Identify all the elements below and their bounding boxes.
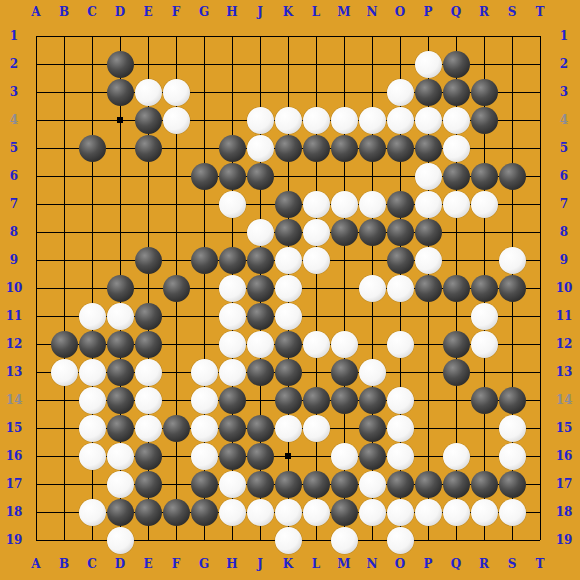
intersection-N18[interactable] bbox=[358, 498, 386, 526]
intersection-E12[interactable] bbox=[134, 330, 162, 358]
intersection-N8[interactable] bbox=[358, 218, 386, 246]
intersection-L2[interactable] bbox=[302, 50, 330, 78]
intersection-M11[interactable] bbox=[330, 302, 358, 330]
intersection-D10[interactable] bbox=[106, 274, 134, 302]
intersection-S14[interactable] bbox=[498, 386, 526, 414]
intersection-L11[interactable] bbox=[302, 302, 330, 330]
intersection-N1[interactable] bbox=[358, 22, 386, 50]
intersection-Q16[interactable] bbox=[442, 442, 470, 470]
intersection-N7[interactable] bbox=[358, 190, 386, 218]
intersection-C3[interactable] bbox=[78, 78, 106, 106]
intersection-J8[interactable] bbox=[246, 218, 274, 246]
intersection-K3[interactable] bbox=[274, 78, 302, 106]
intersection-E15[interactable] bbox=[134, 414, 162, 442]
intersection-S8[interactable] bbox=[498, 218, 526, 246]
intersection-E13[interactable] bbox=[134, 358, 162, 386]
intersection-H6[interactable] bbox=[218, 162, 246, 190]
intersection-E16[interactable] bbox=[134, 442, 162, 470]
intersection-F3[interactable] bbox=[162, 78, 190, 106]
intersection-L10[interactable] bbox=[302, 274, 330, 302]
intersection-S17[interactable] bbox=[498, 470, 526, 498]
intersection-Q13[interactable] bbox=[442, 358, 470, 386]
intersection-D11[interactable] bbox=[106, 302, 134, 330]
intersection-K19[interactable] bbox=[274, 526, 302, 554]
intersection-O11[interactable] bbox=[386, 302, 414, 330]
intersection-Q18[interactable] bbox=[442, 498, 470, 526]
intersection-B11[interactable] bbox=[50, 302, 78, 330]
intersection-C17[interactable] bbox=[78, 470, 106, 498]
intersection-D12[interactable] bbox=[106, 330, 134, 358]
intersection-P10[interactable] bbox=[414, 274, 442, 302]
intersection-F17[interactable] bbox=[162, 470, 190, 498]
intersection-K12[interactable] bbox=[274, 330, 302, 358]
intersection-S11[interactable] bbox=[498, 302, 526, 330]
intersection-Q19[interactable] bbox=[442, 526, 470, 554]
intersection-H1[interactable] bbox=[218, 22, 246, 50]
intersection-D19[interactable] bbox=[106, 526, 134, 554]
intersection-Q5[interactable] bbox=[442, 134, 470, 162]
intersection-C7[interactable] bbox=[78, 190, 106, 218]
intersection-R7[interactable] bbox=[470, 190, 498, 218]
intersection-O14[interactable] bbox=[386, 386, 414, 414]
intersection-Q12[interactable] bbox=[442, 330, 470, 358]
intersection-R5[interactable] bbox=[470, 134, 498, 162]
intersection-O5[interactable] bbox=[386, 134, 414, 162]
intersection-R1[interactable] bbox=[470, 22, 498, 50]
intersection-Q11[interactable] bbox=[442, 302, 470, 330]
intersection-M13[interactable] bbox=[330, 358, 358, 386]
intersection-F13[interactable] bbox=[162, 358, 190, 386]
intersection-K7[interactable] bbox=[274, 190, 302, 218]
intersection-N13[interactable] bbox=[358, 358, 386, 386]
intersection-F1[interactable] bbox=[162, 22, 190, 50]
intersection-L4[interactable] bbox=[302, 106, 330, 134]
intersection-H2[interactable] bbox=[218, 50, 246, 78]
intersection-F9[interactable] bbox=[162, 246, 190, 274]
intersection-B2[interactable] bbox=[50, 50, 78, 78]
intersection-D17[interactable] bbox=[106, 470, 134, 498]
intersection-Q10[interactable] bbox=[442, 274, 470, 302]
intersection-F14[interactable] bbox=[162, 386, 190, 414]
intersection-F16[interactable] bbox=[162, 442, 190, 470]
intersection-K15[interactable] bbox=[274, 414, 302, 442]
intersection-L8[interactable] bbox=[302, 218, 330, 246]
intersection-C10[interactable] bbox=[78, 274, 106, 302]
intersection-C2[interactable] bbox=[78, 50, 106, 78]
intersection-H3[interactable] bbox=[218, 78, 246, 106]
intersection-D14[interactable] bbox=[106, 386, 134, 414]
intersection-R14[interactable] bbox=[470, 386, 498, 414]
intersection-G4[interactable] bbox=[190, 106, 218, 134]
intersection-K8[interactable] bbox=[274, 218, 302, 246]
intersection-D1[interactable] bbox=[106, 22, 134, 50]
intersection-J15[interactable] bbox=[246, 414, 274, 442]
intersection-G16[interactable] bbox=[190, 442, 218, 470]
intersection-N2[interactable] bbox=[358, 50, 386, 78]
intersection-S19[interactable] bbox=[498, 526, 526, 554]
intersection-G1[interactable] bbox=[190, 22, 218, 50]
intersection-E4[interactable] bbox=[134, 106, 162, 134]
intersection-R6[interactable] bbox=[470, 162, 498, 190]
intersection-N14[interactable] bbox=[358, 386, 386, 414]
intersection-B14[interactable] bbox=[50, 386, 78, 414]
intersection-M16[interactable] bbox=[330, 442, 358, 470]
intersection-M5[interactable] bbox=[330, 134, 358, 162]
intersection-S2[interactable] bbox=[498, 50, 526, 78]
intersection-B8[interactable] bbox=[50, 218, 78, 246]
intersection-H9[interactable] bbox=[218, 246, 246, 274]
intersection-D15[interactable] bbox=[106, 414, 134, 442]
intersection-O16[interactable] bbox=[386, 442, 414, 470]
intersection-J2[interactable] bbox=[246, 50, 274, 78]
intersection-S6[interactable] bbox=[498, 162, 526, 190]
intersection-H7[interactable] bbox=[218, 190, 246, 218]
intersection-E3[interactable] bbox=[134, 78, 162, 106]
intersection-F7[interactable] bbox=[162, 190, 190, 218]
intersection-F10[interactable] bbox=[162, 274, 190, 302]
intersection-E10[interactable] bbox=[134, 274, 162, 302]
intersection-P12[interactable] bbox=[414, 330, 442, 358]
intersection-K14[interactable] bbox=[274, 386, 302, 414]
intersection-S15[interactable] bbox=[498, 414, 526, 442]
intersection-P3[interactable] bbox=[414, 78, 442, 106]
intersection-G6[interactable] bbox=[190, 162, 218, 190]
intersection-C19[interactable] bbox=[78, 526, 106, 554]
intersection-F6[interactable] bbox=[162, 162, 190, 190]
intersection-C16[interactable] bbox=[78, 442, 106, 470]
intersection-M14[interactable] bbox=[330, 386, 358, 414]
intersection-K17[interactable] bbox=[274, 470, 302, 498]
intersection-J11[interactable] bbox=[246, 302, 274, 330]
intersection-N10[interactable] bbox=[358, 274, 386, 302]
intersection-J9[interactable] bbox=[246, 246, 274, 274]
intersection-N3[interactable] bbox=[358, 78, 386, 106]
intersection-K11[interactable] bbox=[274, 302, 302, 330]
intersection-S10[interactable] bbox=[498, 274, 526, 302]
intersection-Q1[interactable] bbox=[442, 22, 470, 50]
intersection-N12[interactable] bbox=[358, 330, 386, 358]
intersection-N4[interactable] bbox=[358, 106, 386, 134]
intersection-H17[interactable] bbox=[218, 470, 246, 498]
intersection-B1[interactable] bbox=[50, 22, 78, 50]
intersection-G14[interactable] bbox=[190, 386, 218, 414]
intersection-M2[interactable] bbox=[330, 50, 358, 78]
intersection-R19[interactable] bbox=[470, 526, 498, 554]
intersection-P1[interactable] bbox=[414, 22, 442, 50]
intersection-H11[interactable] bbox=[218, 302, 246, 330]
intersection-O17[interactable] bbox=[386, 470, 414, 498]
intersection-K10[interactable] bbox=[274, 274, 302, 302]
intersection-R9[interactable] bbox=[470, 246, 498, 274]
intersection-D3[interactable] bbox=[106, 78, 134, 106]
intersection-H19[interactable] bbox=[218, 526, 246, 554]
intersection-H16[interactable] bbox=[218, 442, 246, 470]
intersection-N19[interactable] bbox=[358, 526, 386, 554]
intersection-K13[interactable] bbox=[274, 358, 302, 386]
intersection-M3[interactable] bbox=[330, 78, 358, 106]
intersection-C11[interactable] bbox=[78, 302, 106, 330]
intersection-C8[interactable] bbox=[78, 218, 106, 246]
intersection-B3[interactable] bbox=[50, 78, 78, 106]
intersection-J4[interactable] bbox=[246, 106, 274, 134]
intersection-E18[interactable] bbox=[134, 498, 162, 526]
intersection-G18[interactable] bbox=[190, 498, 218, 526]
intersection-O1[interactable] bbox=[386, 22, 414, 50]
intersection-B18[interactable] bbox=[50, 498, 78, 526]
intersection-P17[interactable] bbox=[414, 470, 442, 498]
intersection-S13[interactable] bbox=[498, 358, 526, 386]
intersection-O10[interactable] bbox=[386, 274, 414, 302]
intersection-P4[interactable] bbox=[414, 106, 442, 134]
intersection-H14[interactable] bbox=[218, 386, 246, 414]
intersection-L3[interactable] bbox=[302, 78, 330, 106]
intersection-O8[interactable] bbox=[386, 218, 414, 246]
intersection-B19[interactable] bbox=[50, 526, 78, 554]
intersection-E5[interactable] bbox=[134, 134, 162, 162]
intersection-R4[interactable] bbox=[470, 106, 498, 134]
intersection-C12[interactable] bbox=[78, 330, 106, 358]
intersection-R11[interactable] bbox=[470, 302, 498, 330]
intersection-J1[interactable] bbox=[246, 22, 274, 50]
intersection-M6[interactable] bbox=[330, 162, 358, 190]
intersection-E7[interactable] bbox=[134, 190, 162, 218]
intersection-G12[interactable] bbox=[190, 330, 218, 358]
intersection-C18[interactable] bbox=[78, 498, 106, 526]
intersection-G8[interactable] bbox=[190, 218, 218, 246]
intersection-R8[interactable] bbox=[470, 218, 498, 246]
intersection-K5[interactable] bbox=[274, 134, 302, 162]
intersection-D6[interactable] bbox=[106, 162, 134, 190]
intersection-L17[interactable] bbox=[302, 470, 330, 498]
intersection-M7[interactable] bbox=[330, 190, 358, 218]
intersection-N17[interactable] bbox=[358, 470, 386, 498]
intersection-O3[interactable] bbox=[386, 78, 414, 106]
intersection-P7[interactable] bbox=[414, 190, 442, 218]
intersection-M8[interactable] bbox=[330, 218, 358, 246]
intersection-E9[interactable] bbox=[134, 246, 162, 274]
intersection-F15[interactable] bbox=[162, 414, 190, 442]
intersection-J5[interactable] bbox=[246, 134, 274, 162]
intersection-K1[interactable] bbox=[274, 22, 302, 50]
intersection-M10[interactable] bbox=[330, 274, 358, 302]
intersection-B16[interactable] bbox=[50, 442, 78, 470]
intersection-O4[interactable] bbox=[386, 106, 414, 134]
intersection-L7[interactable] bbox=[302, 190, 330, 218]
intersection-B10[interactable] bbox=[50, 274, 78, 302]
intersection-O19[interactable] bbox=[386, 526, 414, 554]
intersection-S4[interactable] bbox=[498, 106, 526, 134]
intersection-G2[interactable] bbox=[190, 50, 218, 78]
intersection-H10[interactable] bbox=[218, 274, 246, 302]
intersection-N5[interactable] bbox=[358, 134, 386, 162]
intersection-K18[interactable] bbox=[274, 498, 302, 526]
intersection-B6[interactable] bbox=[50, 162, 78, 190]
intersection-N9[interactable] bbox=[358, 246, 386, 274]
intersection-H18[interactable] bbox=[218, 498, 246, 526]
intersection-F12[interactable] bbox=[162, 330, 190, 358]
intersection-R3[interactable] bbox=[470, 78, 498, 106]
intersection-F2[interactable] bbox=[162, 50, 190, 78]
intersection-D16[interactable] bbox=[106, 442, 134, 470]
intersection-R17[interactable] bbox=[470, 470, 498, 498]
intersection-P13[interactable] bbox=[414, 358, 442, 386]
intersection-P6[interactable] bbox=[414, 162, 442, 190]
intersection-L13[interactable] bbox=[302, 358, 330, 386]
intersection-K16[interactable] bbox=[274, 442, 302, 470]
intersection-G15[interactable] bbox=[190, 414, 218, 442]
intersection-S12[interactable] bbox=[498, 330, 526, 358]
intersection-J13[interactable] bbox=[246, 358, 274, 386]
intersection-M18[interactable] bbox=[330, 498, 358, 526]
intersection-D5[interactable] bbox=[106, 134, 134, 162]
intersection-R10[interactable] bbox=[470, 274, 498, 302]
intersection-L15[interactable] bbox=[302, 414, 330, 442]
intersection-D4[interactable] bbox=[106, 106, 134, 134]
intersection-O6[interactable] bbox=[386, 162, 414, 190]
intersection-D9[interactable] bbox=[106, 246, 134, 274]
intersection-E14[interactable] bbox=[134, 386, 162, 414]
intersection-E8[interactable] bbox=[134, 218, 162, 246]
intersection-H5[interactable] bbox=[218, 134, 246, 162]
intersection-N15[interactable] bbox=[358, 414, 386, 442]
intersection-P14[interactable] bbox=[414, 386, 442, 414]
intersection-G3[interactable] bbox=[190, 78, 218, 106]
intersection-Q7[interactable] bbox=[442, 190, 470, 218]
intersection-M4[interactable] bbox=[330, 106, 358, 134]
intersection-H13[interactable] bbox=[218, 358, 246, 386]
intersection-P9[interactable] bbox=[414, 246, 442, 274]
intersection-O9[interactable] bbox=[386, 246, 414, 274]
intersection-J14[interactable] bbox=[246, 386, 274, 414]
intersection-R15[interactable] bbox=[470, 414, 498, 442]
intersection-D13[interactable] bbox=[106, 358, 134, 386]
intersection-F8[interactable] bbox=[162, 218, 190, 246]
intersection-F19[interactable] bbox=[162, 526, 190, 554]
intersection-B4[interactable] bbox=[50, 106, 78, 134]
intersection-L18[interactable] bbox=[302, 498, 330, 526]
intersection-E1[interactable] bbox=[134, 22, 162, 50]
intersection-G9[interactable] bbox=[190, 246, 218, 274]
intersection-O2[interactable] bbox=[386, 50, 414, 78]
intersection-L19[interactable] bbox=[302, 526, 330, 554]
intersection-L6[interactable] bbox=[302, 162, 330, 190]
intersection-H4[interactable] bbox=[218, 106, 246, 134]
intersection-B15[interactable] bbox=[50, 414, 78, 442]
intersection-O13[interactable] bbox=[386, 358, 414, 386]
intersection-G5[interactable] bbox=[190, 134, 218, 162]
intersection-E19[interactable] bbox=[134, 526, 162, 554]
intersection-M17[interactable] bbox=[330, 470, 358, 498]
intersection-J17[interactable] bbox=[246, 470, 274, 498]
intersection-R12[interactable] bbox=[470, 330, 498, 358]
intersection-D7[interactable] bbox=[106, 190, 134, 218]
intersection-B13[interactable] bbox=[50, 358, 78, 386]
intersection-L14[interactable] bbox=[302, 386, 330, 414]
intersection-J12[interactable] bbox=[246, 330, 274, 358]
intersection-Q15[interactable] bbox=[442, 414, 470, 442]
intersection-S9[interactable] bbox=[498, 246, 526, 274]
intersection-P18[interactable] bbox=[414, 498, 442, 526]
intersection-F11[interactable] bbox=[162, 302, 190, 330]
intersection-Q3[interactable] bbox=[442, 78, 470, 106]
intersection-B9[interactable] bbox=[50, 246, 78, 274]
intersection-S7[interactable] bbox=[498, 190, 526, 218]
intersection-R18[interactable] bbox=[470, 498, 498, 526]
intersection-M12[interactable] bbox=[330, 330, 358, 358]
intersection-Q9[interactable] bbox=[442, 246, 470, 274]
intersection-R13[interactable] bbox=[470, 358, 498, 386]
intersection-K6[interactable] bbox=[274, 162, 302, 190]
intersection-P19[interactable] bbox=[414, 526, 442, 554]
intersection-F18[interactable] bbox=[162, 498, 190, 526]
intersection-C13[interactable] bbox=[78, 358, 106, 386]
intersection-P2[interactable] bbox=[414, 50, 442, 78]
intersection-M15[interactable] bbox=[330, 414, 358, 442]
intersection-S5[interactable] bbox=[498, 134, 526, 162]
intersection-G7[interactable] bbox=[190, 190, 218, 218]
intersection-G13[interactable] bbox=[190, 358, 218, 386]
intersection-J10[interactable] bbox=[246, 274, 274, 302]
intersection-J6[interactable] bbox=[246, 162, 274, 190]
intersection-P5[interactable] bbox=[414, 134, 442, 162]
intersection-Q2[interactable] bbox=[442, 50, 470, 78]
intersection-L5[interactable] bbox=[302, 134, 330, 162]
intersection-G11[interactable] bbox=[190, 302, 218, 330]
intersection-H8[interactable] bbox=[218, 218, 246, 246]
intersection-G19[interactable] bbox=[190, 526, 218, 554]
intersection-B17[interactable] bbox=[50, 470, 78, 498]
intersection-N6[interactable] bbox=[358, 162, 386, 190]
intersection-O7[interactable] bbox=[386, 190, 414, 218]
intersection-R2[interactable] bbox=[470, 50, 498, 78]
intersection-C4[interactable] bbox=[78, 106, 106, 134]
intersection-K4[interactable] bbox=[274, 106, 302, 134]
intersection-M9[interactable] bbox=[330, 246, 358, 274]
intersection-K9[interactable] bbox=[274, 246, 302, 274]
intersection-N16[interactable] bbox=[358, 442, 386, 470]
intersection-P8[interactable] bbox=[414, 218, 442, 246]
intersection-G10[interactable] bbox=[190, 274, 218, 302]
intersection-J7[interactable] bbox=[246, 190, 274, 218]
intersection-P15[interactable] bbox=[414, 414, 442, 442]
intersection-O12[interactable] bbox=[386, 330, 414, 358]
intersection-N11[interactable] bbox=[358, 302, 386, 330]
intersection-C6[interactable] bbox=[78, 162, 106, 190]
intersection-J16[interactable] bbox=[246, 442, 274, 470]
intersection-L12[interactable] bbox=[302, 330, 330, 358]
intersection-G17[interactable] bbox=[190, 470, 218, 498]
intersection-B7[interactable] bbox=[50, 190, 78, 218]
intersection-K2[interactable] bbox=[274, 50, 302, 78]
intersection-J3[interactable] bbox=[246, 78, 274, 106]
intersection-O15[interactable] bbox=[386, 414, 414, 442]
intersection-B12[interactable] bbox=[50, 330, 78, 358]
intersection-O18[interactable] bbox=[386, 498, 414, 526]
intersection-Q6[interactable] bbox=[442, 162, 470, 190]
intersection-Q4[interactable] bbox=[442, 106, 470, 134]
intersection-C5[interactable] bbox=[78, 134, 106, 162]
intersection-P16[interactable] bbox=[414, 442, 442, 470]
intersection-H15[interactable] bbox=[218, 414, 246, 442]
intersection-L9[interactable] bbox=[302, 246, 330, 274]
intersection-Q17[interactable] bbox=[442, 470, 470, 498]
intersection-M1[interactable] bbox=[330, 22, 358, 50]
intersection-F5[interactable] bbox=[162, 134, 190, 162]
intersection-Q14[interactable] bbox=[442, 386, 470, 414]
intersection-S18[interactable] bbox=[498, 498, 526, 526]
intersection-H12[interactable] bbox=[218, 330, 246, 358]
intersection-E2[interactable] bbox=[134, 50, 162, 78]
